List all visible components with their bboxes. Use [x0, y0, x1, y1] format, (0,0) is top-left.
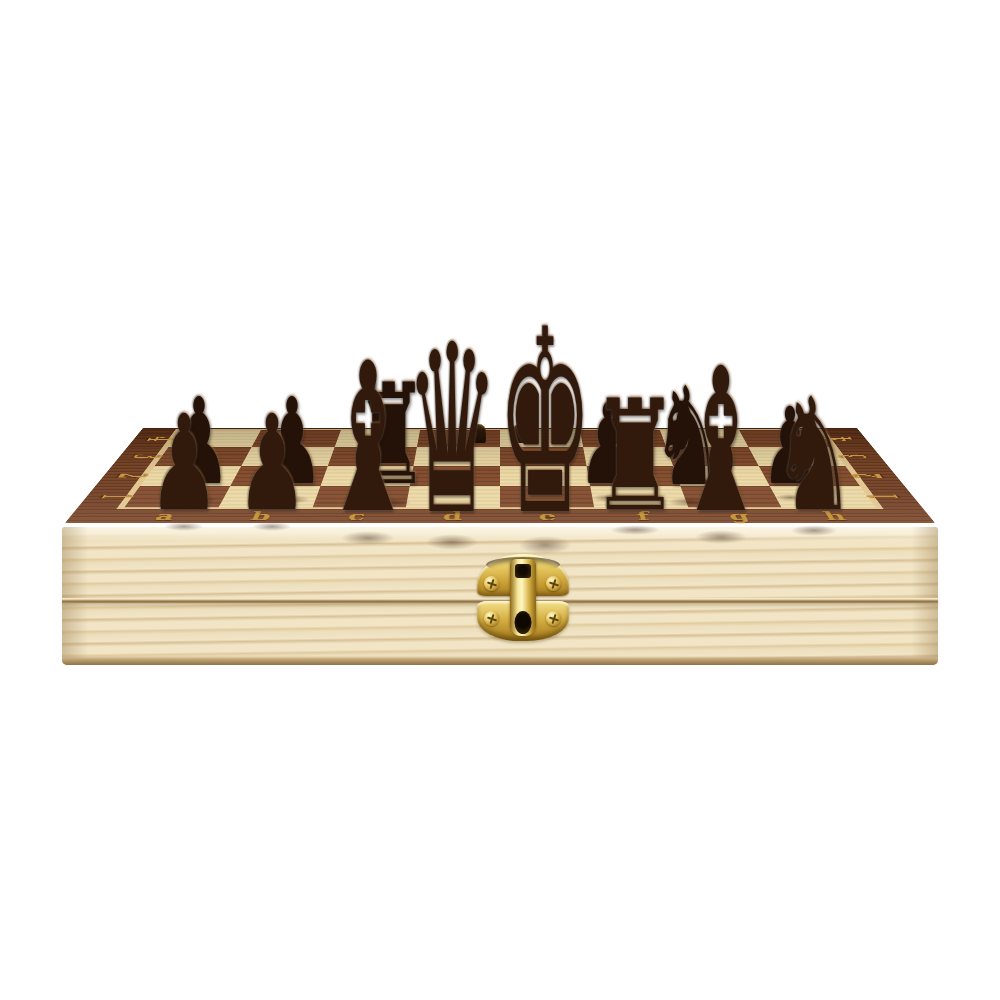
screw-icon	[546, 611, 561, 626]
piece-b1-pawn: ♟	[237, 397, 308, 529]
screw-icon	[484, 611, 499, 626]
piece-g1-bishop: ♝	[674, 342, 767, 541]
clasp-hook-opening	[515, 611, 532, 634]
screw-icon	[484, 576, 499, 591]
rank-label-right-1: 1	[856, 490, 926, 502]
piece-e1-king: ♚	[497, 296, 593, 550]
rank-label-left-1: 1	[74, 490, 144, 502]
screw-icon	[546, 576, 561, 591]
piece-c1-bishop: ♝	[320, 336, 416, 542]
piece-f1-rook: ♜	[590, 380, 681, 533]
product-photo-stage: abcdefgh12341234 ♟♟♜♟♞♟♟♟♝♛♚♜♝♞	[0, 0, 1000, 1000]
piece-h1-knight: ♞	[772, 377, 856, 533]
piece-a1-pawn: ♟	[149, 397, 220, 529]
piece-d1-queen: ♛	[405, 314, 499, 547]
